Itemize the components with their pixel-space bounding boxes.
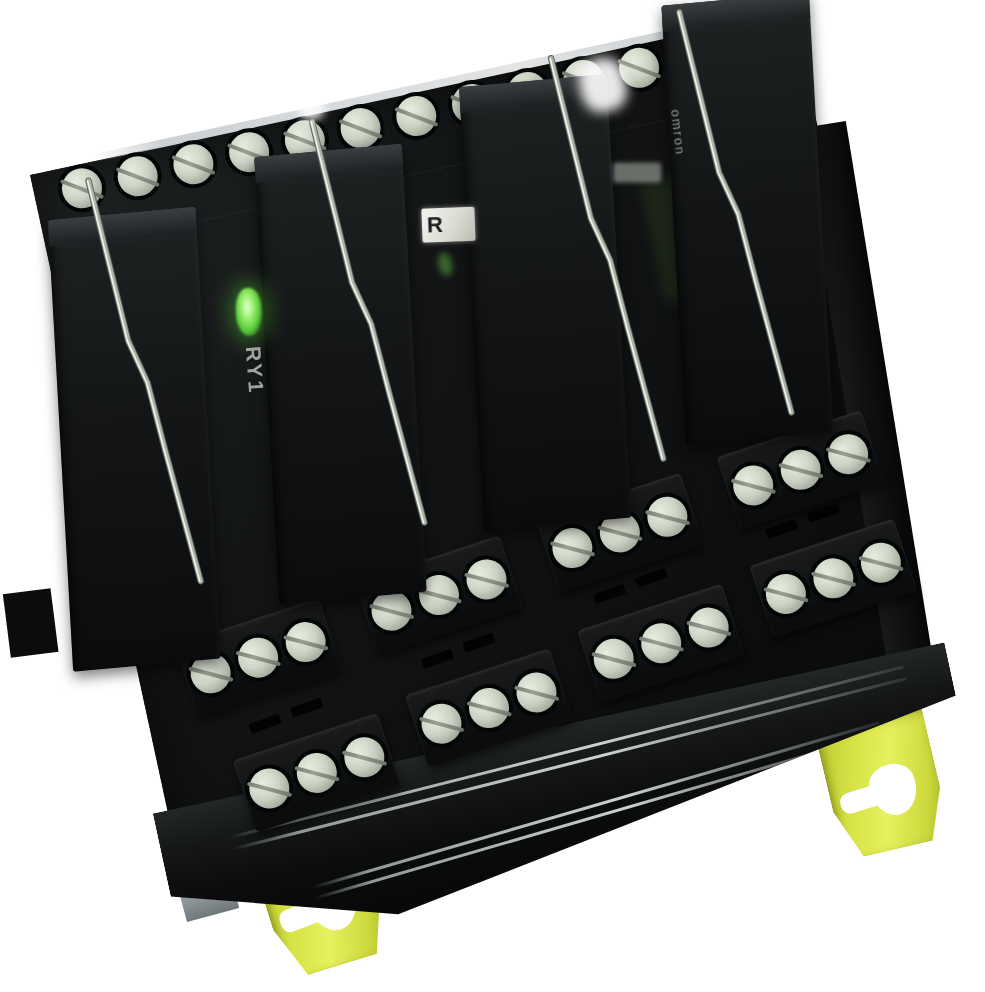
terminal-screw [856,537,906,587]
terminal-screw [114,152,162,200]
relay-unit-relay-1 [48,207,221,672]
terminal-screw [761,569,811,619]
terminal-screw [775,445,825,495]
terminal-screw-recess [275,612,336,673]
terminal-screw [808,553,858,603]
slot-vent [634,568,668,588]
terminal-screw [547,523,597,573]
terminal-screw [642,492,692,542]
terminal-screw [728,460,778,510]
terminal-screw [170,140,218,188]
terminal-screw-recess [770,439,831,500]
terminal-screw-recess [459,678,520,739]
terminal-screw-recess [678,597,739,658]
terminal-screw-recess [637,487,698,548]
terminal-screw [636,618,686,668]
terminal-screw [58,165,106,213]
terminal-screw [823,429,873,479]
terminal-screw-recess [53,160,110,217]
terminal-screw-recess [723,455,784,516]
photo-stage: RY1 R omron [0,0,985,992]
status-led-dim [436,251,455,277]
terminal-screw [244,763,294,813]
slot-vent [290,698,324,718]
terminal-screw-recess [456,549,517,610]
terminal-screw [233,632,283,682]
terminal-screw-recess [334,727,395,788]
slot-vent [462,633,496,653]
terminal-screw-recess [583,629,644,690]
slot-vent [421,649,455,669]
terminal-screw-recess [542,518,603,579]
clip-cutout-hole [864,759,923,821]
terminal-screw-recess [228,627,289,688]
status-led [235,287,263,336]
terminal-screw [683,602,733,652]
paint-smudge [613,163,661,183]
terminal-screw [280,617,330,667]
slot-vent [593,584,627,604]
slot-vent [765,519,799,539]
terminal-screw-recess [803,548,864,609]
terminal-screw [461,554,511,604]
terminal-screw [416,698,466,748]
slot-vent [249,714,283,734]
terminal-screw [392,92,440,140]
terminal-screw-recess [631,613,692,674]
terminal-screw [292,748,342,798]
terminal-screw-recess [506,662,567,723]
relay-unit-relay-2 [254,144,426,605]
terminal-screw [511,667,561,717]
terminal-screw [588,634,638,684]
terminal-screw [464,683,514,733]
socket-label-sticker: R [421,207,475,243]
din-rail-left-stub [3,588,59,658]
terminal-screw [337,104,385,152]
terminal-screw [339,732,389,782]
terminal-screw-recess [411,693,472,754]
terminal-screw-recess [287,743,348,804]
terminal-screw-recess [239,758,300,819]
relay-module-body: RY1 R omron [30,10,938,849]
terminal-screw-recess [756,564,817,625]
relay-unit-relay-3 [459,74,631,531]
